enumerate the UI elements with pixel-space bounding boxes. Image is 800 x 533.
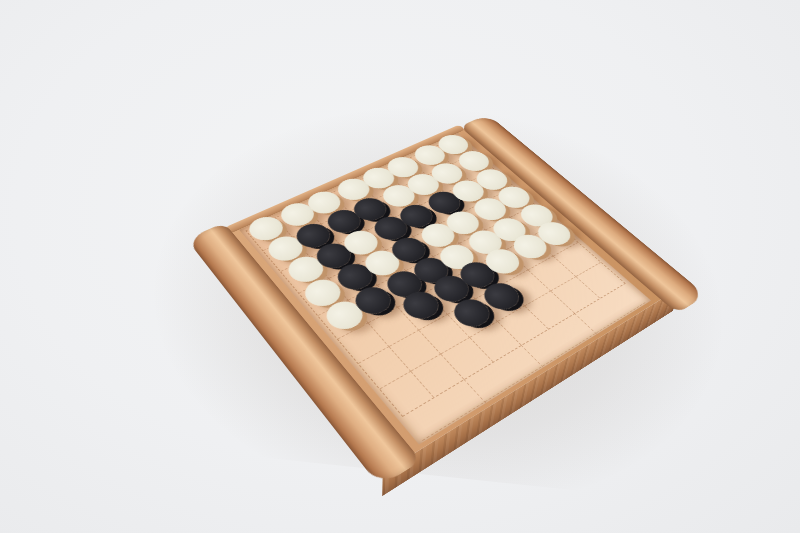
board-cell[interactable] [576,263,624,298]
stitch-seam [574,313,597,334]
photo-scene [0,0,800,533]
stitch-seam [464,379,487,403]
stitch-seam [521,345,544,368]
